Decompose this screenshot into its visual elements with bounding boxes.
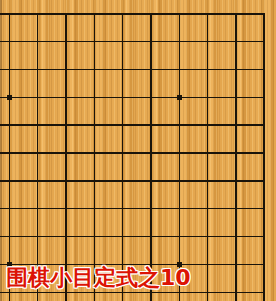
board-intersection[interactable] xyxy=(222,195,250,223)
board-intersection[interactable] xyxy=(109,111,137,139)
board-intersection[interactable] xyxy=(52,0,80,27)
board-intersection[interactable] xyxy=(193,0,221,27)
board-intersection[interactable] xyxy=(165,0,193,27)
board-intersection[interactable] xyxy=(222,278,250,301)
board-intersection[interactable] xyxy=(137,111,165,139)
board-intersection[interactable] xyxy=(80,55,108,83)
board-intersection[interactable] xyxy=(222,251,250,279)
board-intersection[interactable] xyxy=(193,251,221,279)
board-intersection[interactable] xyxy=(222,111,250,139)
board-intersection[interactable] xyxy=(193,27,221,55)
board-intersection[interactable] xyxy=(0,27,24,55)
board-intersection[interactable] xyxy=(0,167,24,195)
board-intersection[interactable] xyxy=(137,27,165,55)
board-intersection[interactable] xyxy=(165,111,193,139)
board-intersection[interactable] xyxy=(250,278,276,301)
board-intersection[interactable] xyxy=(137,223,165,251)
board-intersection[interactable] xyxy=(250,55,276,83)
board-intersection[interactable] xyxy=(250,139,276,167)
board-intersection[interactable] xyxy=(109,83,137,111)
board-intersection[interactable] xyxy=(137,167,165,195)
board-intersection[interactable] xyxy=(193,167,221,195)
board-intersection[interactable] xyxy=(0,223,24,251)
board-intersection[interactable] xyxy=(24,111,52,139)
board-intersection[interactable] xyxy=(222,27,250,55)
board-intersection[interactable] xyxy=(24,55,52,83)
board-intersection[interactable] xyxy=(0,83,24,111)
board-intersection[interactable] xyxy=(109,223,137,251)
board-intersection[interactable] xyxy=(80,0,108,27)
board-intersection[interactable] xyxy=(80,139,108,167)
board-intersection[interactable] xyxy=(137,0,165,27)
board-intersection[interactable] xyxy=(193,195,221,223)
board-intersection[interactable] xyxy=(52,111,80,139)
board-intersection[interactable] xyxy=(250,167,276,195)
board-intersection[interactable] xyxy=(165,167,193,195)
board-intersection-grid xyxy=(0,0,276,301)
board-intersection[interactable] xyxy=(165,27,193,55)
board-intersection[interactable] xyxy=(24,223,52,251)
board-intersection[interactable] xyxy=(193,278,221,301)
board-intersection[interactable] xyxy=(24,83,52,111)
board-intersection[interactable] xyxy=(80,83,108,111)
board-intersection[interactable] xyxy=(80,223,108,251)
title-overlay: 围棋小目定式之10 xyxy=(6,266,191,290)
board-intersection[interactable] xyxy=(80,167,108,195)
board-intersection[interactable] xyxy=(52,223,80,251)
board-intersection[interactable] xyxy=(24,195,52,223)
board-intersection[interactable] xyxy=(52,27,80,55)
board-intersection[interactable] xyxy=(250,0,276,27)
board-intersection[interactable] xyxy=(24,27,52,55)
board-intersection[interactable] xyxy=(0,195,24,223)
board-intersection[interactable] xyxy=(137,83,165,111)
board-intersection[interactable] xyxy=(222,55,250,83)
board-intersection[interactable] xyxy=(0,111,24,139)
board-intersection[interactable] xyxy=(250,83,276,111)
board-intersection[interactable] xyxy=(52,195,80,223)
board-intersection[interactable] xyxy=(137,139,165,167)
board-intersection[interactable] xyxy=(52,167,80,195)
board-intersection[interactable] xyxy=(109,27,137,55)
board-intersection[interactable] xyxy=(0,55,24,83)
board-intersection[interactable] xyxy=(109,55,137,83)
board-intersection[interactable] xyxy=(109,139,137,167)
board-intersection[interactable] xyxy=(222,139,250,167)
board-intersection[interactable] xyxy=(109,195,137,223)
board-intersection[interactable] xyxy=(222,83,250,111)
board-intersection[interactable] xyxy=(109,0,137,27)
board-intersection[interactable] xyxy=(250,223,276,251)
board-intersection[interactable] xyxy=(193,223,221,251)
board-intersection[interactable] xyxy=(52,139,80,167)
board-intersection[interactable] xyxy=(80,195,108,223)
board-intersection[interactable] xyxy=(165,139,193,167)
board-intersection[interactable] xyxy=(24,139,52,167)
board-intersection[interactable] xyxy=(222,167,250,195)
board-intersection[interactable] xyxy=(24,167,52,195)
board-intersection[interactable] xyxy=(52,83,80,111)
board-intersection[interactable] xyxy=(165,195,193,223)
board-intersection[interactable] xyxy=(193,139,221,167)
board-intersection[interactable] xyxy=(80,27,108,55)
board-intersection[interactable] xyxy=(165,83,193,111)
board-intersection[interactable] xyxy=(222,0,250,27)
board-intersection[interactable] xyxy=(193,83,221,111)
go-board-view: 围棋小目定式之10 xyxy=(0,0,276,301)
board-intersection[interactable] xyxy=(24,0,52,27)
board-intersection[interactable] xyxy=(137,55,165,83)
board-intersection[interactable] xyxy=(250,251,276,279)
board-intersection[interactable] xyxy=(165,55,193,83)
board-intersection[interactable] xyxy=(0,139,24,167)
board-intersection[interactable] xyxy=(137,195,165,223)
board-intersection[interactable] xyxy=(222,223,250,251)
board-intersection[interactable] xyxy=(52,55,80,83)
board-intersection[interactable] xyxy=(193,55,221,83)
board-intersection[interactable] xyxy=(109,167,137,195)
board-intersection[interactable] xyxy=(165,223,193,251)
board-intersection[interactable] xyxy=(80,111,108,139)
board-intersection[interactable] xyxy=(0,0,24,27)
board-intersection[interactable] xyxy=(250,27,276,55)
board-intersection[interactable] xyxy=(193,111,221,139)
board-intersection[interactable] xyxy=(250,111,276,139)
board-intersection[interactable] xyxy=(250,195,276,223)
